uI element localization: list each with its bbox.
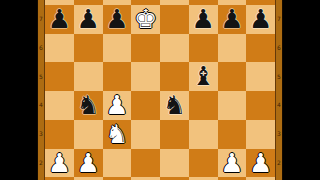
- square-f1[interactable]: ♝: [189, 177, 218, 180]
- square-c3[interactable]: ♞: [103, 120, 132, 149]
- white-pawn[interactable]: ♟: [48, 149, 71, 178]
- square-d5[interactable]: [131, 62, 160, 91]
- square-e3[interactable]: [160, 120, 189, 149]
- square-e6[interactable]: [160, 34, 189, 63]
- square-a3[interactable]: [45, 120, 74, 149]
- white-knight[interactable]: ♞: [105, 120, 128, 149]
- square-d4[interactable]: [131, 91, 160, 120]
- rank-label-2-right: 2: [276, 159, 282, 167]
- square-e1[interactable]: [160, 177, 189, 180]
- white-bishop[interactable]: ♝: [105, 177, 128, 180]
- rank-label-2-left: 2: [38, 159, 44, 167]
- square-a2[interactable]: ♟: [45, 149, 74, 178]
- square-d3[interactable]: [131, 120, 160, 149]
- white-bishop[interactable]: ♝: [191, 177, 214, 180]
- square-h2[interactable]: ♟: [246, 149, 275, 178]
- rank-label-3-right: 3: [276, 130, 282, 138]
- rank-label-4-left: 4: [38, 101, 44, 109]
- square-a4[interactable]: [45, 91, 74, 120]
- square-g3[interactable]: [218, 120, 247, 149]
- rank-label-6-left: 6: [38, 44, 44, 52]
- square-b3[interactable]: [74, 120, 103, 149]
- square-f7[interactable]: ♟: [189, 5, 218, 34]
- chess-diagram: 87654321 87654321 ♜♚♜♟♟♟♚♟♟♟♝♞♟♞♞♟♟♟♟♜♝♝…: [0, 0, 320, 180]
- square-d1[interactable]: [131, 177, 160, 180]
- black-bishop[interactable]: ♝: [191, 62, 214, 91]
- square-h1[interactable]: ♜: [246, 177, 275, 180]
- square-f6[interactable]: [189, 34, 218, 63]
- square-d2[interactable]: [131, 149, 160, 178]
- black-pawn[interactable]: ♟: [48, 5, 71, 34]
- white-pawn[interactable]: ♟: [76, 149, 99, 178]
- square-b7[interactable]: ♟: [74, 5, 103, 34]
- square-g4[interactable]: [218, 91, 247, 120]
- square-e5[interactable]: [160, 62, 189, 91]
- square-d7[interactable]: ♚: [131, 5, 160, 34]
- rank-label-4-right: 4: [276, 101, 282, 109]
- square-g1[interactable]: ♞: [218, 177, 247, 180]
- square-c2[interactable]: [103, 149, 132, 178]
- black-pawn[interactable]: ♟: [191, 5, 214, 34]
- black-pawn[interactable]: ♟: [220, 5, 243, 34]
- square-e2[interactable]: [160, 149, 189, 178]
- square-a6[interactable]: [45, 34, 74, 63]
- square-g2[interactable]: ♟: [218, 149, 247, 178]
- square-c7[interactable]: ♟: [103, 5, 132, 34]
- square-c6[interactable]: [103, 34, 132, 63]
- square-c4[interactable]: ♟: [103, 91, 132, 120]
- board-border-right: 87654321: [275, 0, 283, 180]
- square-b5[interactable]: [74, 62, 103, 91]
- square-h3[interactable]: [246, 120, 275, 149]
- black-pawn[interactable]: ♟: [76, 5, 99, 34]
- white-pawn[interactable]: ♟: [105, 91, 128, 120]
- square-h5[interactable]: [246, 62, 275, 91]
- square-b1[interactable]: ♜: [74, 177, 103, 180]
- square-f4[interactable]: [189, 91, 218, 120]
- square-g5[interactable]: [218, 62, 247, 91]
- chess-board: ♜♚♜♟♟♟♚♟♟♟♝♞♟♞♞♟♟♟♟♜♝♝♞♜: [45, 0, 275, 180]
- square-f5[interactable]: ♝: [189, 62, 218, 91]
- square-h4[interactable]: [246, 91, 275, 120]
- square-a1[interactable]: [45, 177, 74, 180]
- rank-label-6-right: 6: [276, 44, 282, 52]
- square-a5[interactable]: [45, 62, 74, 91]
- rank-label-5-right: 5: [276, 73, 282, 81]
- rank-label-7-right: 7: [276, 15, 282, 23]
- rank-label-7-left: 7: [38, 15, 44, 23]
- square-e7[interactable]: [160, 5, 189, 34]
- square-b6[interactable]: [74, 34, 103, 63]
- white-king[interactable]: ♚: [134, 5, 157, 34]
- white-pawn[interactable]: ♟: [249, 149, 272, 178]
- square-f3[interactable]: [189, 120, 218, 149]
- square-f2[interactable]: [189, 149, 218, 178]
- white-rook[interactable]: ♜: [249, 177, 272, 180]
- square-c5[interactable]: [103, 62, 132, 91]
- square-g6[interactable]: [218, 34, 247, 63]
- black-knight[interactable]: ♞: [76, 91, 99, 120]
- rank-label-5-left: 5: [38, 73, 44, 81]
- black-pawn[interactable]: ♟: [249, 5, 272, 34]
- square-h7[interactable]: ♟: [246, 5, 275, 34]
- square-c1[interactable]: ♝: [103, 177, 132, 180]
- square-h6[interactable]: [246, 34, 275, 63]
- square-e4[interactable]: ♞: [160, 91, 189, 120]
- square-b2[interactable]: ♟: [74, 149, 103, 178]
- board-border-left: 87654321: [37, 0, 45, 180]
- white-pawn[interactable]: ♟: [220, 149, 243, 178]
- square-d6[interactable]: [131, 34, 160, 63]
- white-rook[interactable]: ♜: [76, 177, 99, 180]
- black-pawn[interactable]: ♟: [105, 5, 128, 34]
- rank-label-3-left: 3: [38, 130, 44, 138]
- black-knight[interactable]: ♞: [163, 91, 186, 120]
- square-g7[interactable]: ♟: [218, 5, 247, 34]
- square-b4[interactable]: ♞: [74, 91, 103, 120]
- white-knight[interactable]: ♞: [220, 177, 243, 180]
- square-a7[interactable]: ♟: [45, 5, 74, 34]
